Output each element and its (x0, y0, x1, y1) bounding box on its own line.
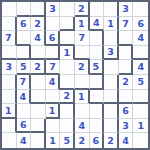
cell-r8c2[interactable] (17, 104, 32, 119)
cell-r8c4[interactable]: 1 (46, 104, 61, 119)
cell-r9c2[interactable]: 6 (17, 119, 32, 134)
cell-r4c10[interactable] (133, 46, 148, 61)
cell-r9c3[interactable] (31, 119, 46, 134)
cell-r4c2[interactable] (17, 46, 32, 61)
cell-r4c9[interactable] (119, 46, 134, 61)
cell-r5c3[interactable]: 2 (31, 60, 46, 75)
cell-r3c10[interactable]: 4 (133, 31, 148, 46)
cell-r2c5[interactable] (60, 17, 75, 32)
cell-r5c6[interactable]: 2 (75, 60, 90, 75)
cell-r9c9[interactable]: 3 (119, 119, 134, 134)
cell-r3c9[interactable] (119, 31, 134, 46)
cell-r10c1[interactable] (2, 133, 17, 148)
cell-r7c9[interactable] (119, 90, 134, 105)
cell-r5c1[interactable]: 3 (2, 60, 17, 75)
cell-r10c8[interactable]: 2 (104, 133, 119, 148)
cell-r2c4[interactable] (46, 17, 61, 32)
cell-r6c8[interactable] (104, 75, 119, 90)
cell-r10c6[interactable]: 2 (75, 133, 90, 148)
cell-r3c5[interactable] (60, 31, 75, 46)
cell-r2c2[interactable]: 6 (17, 17, 32, 32)
cell-r6c10[interactable]: 5 (133, 75, 148, 90)
cell-r1c10[interactable] (133, 2, 148, 17)
cell-r9c8[interactable] (104, 119, 119, 134)
cell-r5c10[interactable]: 4 (133, 60, 148, 75)
cell-r7c10[interactable] (133, 90, 148, 105)
cell-r2c8[interactable]: 1 (104, 17, 119, 32)
cell-r10c4[interactable]: 1 (46, 133, 61, 148)
cell-r4c1[interactable] (2, 46, 17, 61)
cell-r10c9[interactable]: 4 (119, 133, 134, 148)
cell-r9c7[interactable] (90, 119, 105, 134)
cell-r4c3[interactable] (31, 46, 46, 61)
cell-r5c5[interactable] (60, 60, 75, 75)
cell-r7c2[interactable]: 4 (17, 90, 32, 105)
cell-r2c6[interactable]: 1 (75, 17, 90, 32)
cell-r10c7[interactable]: 6 (90, 133, 105, 148)
cell-r8c7[interactable] (90, 104, 105, 119)
cell-r9c1[interactable] (2, 119, 17, 134)
cell-r7c7[interactable] (90, 90, 105, 105)
cell-r6c7[interactable] (90, 75, 105, 90)
cell-r5c9[interactable] (119, 60, 134, 75)
cell-r2c1[interactable] (2, 17, 17, 32)
cell-r3c1[interactable]: 7 (2, 31, 17, 46)
cell-r1c9[interactable]: 3 (119, 2, 134, 17)
cell-r4c7[interactable] (90, 46, 105, 61)
cell-r10c2[interactable]: 4 (17, 133, 32, 148)
cell-r4c8[interactable]: 3 (104, 46, 119, 61)
cell-r2c10[interactable]: 6 (133, 17, 148, 32)
cell-r10c5[interactable]: 5 (60, 133, 75, 148)
cell-r10c10[interactable] (133, 133, 148, 148)
cell-r5c2[interactable]: 5 (17, 60, 32, 75)
cell-r1c5[interactable] (60, 2, 75, 17)
cell-r6c3[interactable] (31, 75, 46, 90)
cell-r7c4[interactable] (46, 90, 61, 105)
cell-r8c1[interactable]: 1 (2, 104, 17, 119)
cell-r1c2[interactable] (17, 2, 32, 17)
cell-r3c4[interactable]: 6 (46, 31, 61, 46)
cell-r2c3[interactable]: 2 (31, 17, 46, 32)
cell-r1c6[interactable]: 2 (75, 2, 90, 17)
cell-r9c5[interactable] (60, 119, 75, 134)
cell-r6c5[interactable] (60, 75, 75, 90)
cell-r8c8[interactable] (104, 104, 119, 119)
cell-r3c8[interactable] (104, 31, 119, 46)
suguru-board: 3236214176746741335272547425421116643141… (0, 0, 150, 150)
puzzle-stage: 3236214176746741335272547425421116643141… (0, 0, 150, 150)
cell-r1c1[interactable] (2, 2, 17, 17)
cell-r6c2[interactable]: 7 (17, 75, 32, 90)
cell-r7c1[interactable] (2, 90, 17, 105)
cell-r9c10[interactable]: 1 (133, 119, 148, 134)
cell-r6c1[interactable] (2, 75, 17, 90)
cell-r5c8[interactable] (104, 60, 119, 75)
cell-r6c6[interactable] (75, 75, 90, 90)
cell-r9c6[interactable]: 4 (75, 119, 90, 134)
cell-r9c4[interactable] (46, 119, 61, 134)
cell-r3c6[interactable]: 7 (75, 31, 90, 46)
cell-r7c5[interactable]: 2 (60, 90, 75, 105)
cell-r7c8[interactable] (104, 90, 119, 105)
cell-r8c6[interactable] (75, 104, 90, 119)
cell-r3c2[interactable] (17, 31, 32, 46)
cell-r10c3[interactable] (31, 133, 46, 148)
cell-r2c7[interactable]: 4 (90, 17, 105, 32)
cell-r1c7[interactable] (90, 2, 105, 17)
cell-r8c3[interactable] (31, 104, 46, 119)
cell-r4c4[interactable] (46, 46, 61, 61)
cell-r4c5[interactable]: 1 (60, 46, 75, 61)
cell-r8c9[interactable]: 6 (119, 104, 134, 119)
cell-r1c4[interactable]: 3 (46, 2, 61, 17)
cell-r6c9[interactable]: 2 (119, 75, 134, 90)
cell-r1c3[interactable] (31, 2, 46, 17)
cell-r4c6[interactable] (75, 46, 90, 61)
cell-r8c10[interactable] (133, 104, 148, 119)
cell-r8c5[interactable] (60, 104, 75, 119)
cell-r3c7[interactable] (90, 31, 105, 46)
cell-r5c4[interactable]: 7 (46, 60, 61, 75)
cell-r7c6[interactable]: 1 (75, 90, 90, 105)
cell-r7c3[interactable] (31, 90, 46, 105)
cell-r2c9[interactable]: 7 (119, 17, 134, 32)
cell-r5c7[interactable]: 5 (90, 60, 105, 75)
cell-r1c8[interactable] (104, 2, 119, 17)
cell-r6c4[interactable]: 4 (46, 75, 61, 90)
cell-r3c3[interactable]: 4 (31, 31, 46, 46)
